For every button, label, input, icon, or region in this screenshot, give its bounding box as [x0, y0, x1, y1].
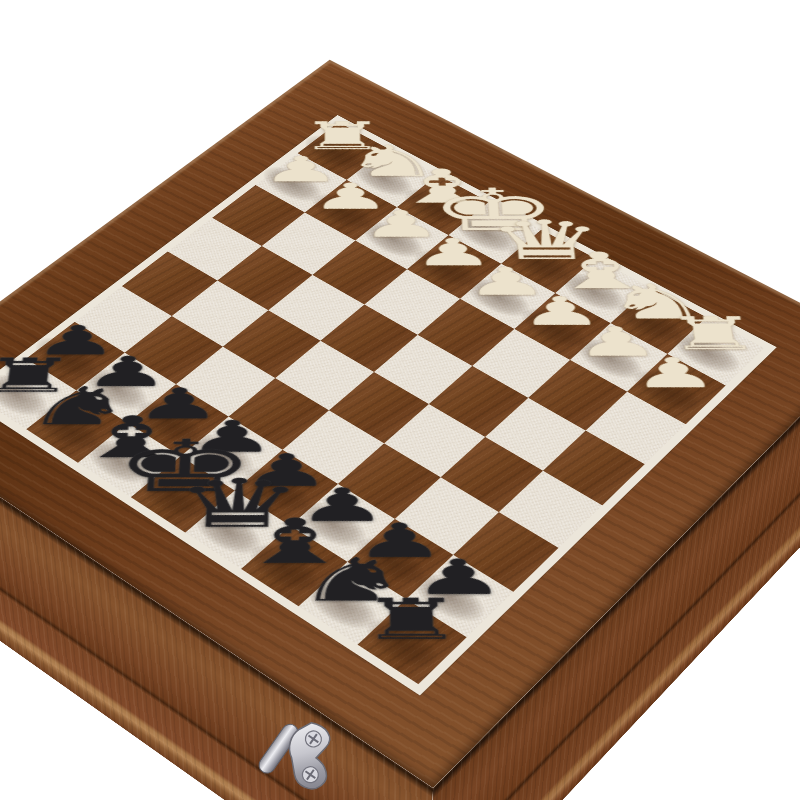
latch-icon: [258, 712, 378, 800]
chess-box-photo: ♜♞♟♝♟♚♟♛♟♝♟♞♟♟♜♟♜♟♟♞♟♝♟♚♟♛♟♝♟♞♟♜: [0, 0, 800, 800]
